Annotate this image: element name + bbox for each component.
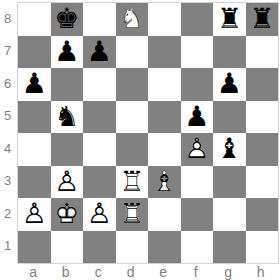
square-f5[interactable]: ♟ bbox=[181, 101, 214, 134]
file-label-f: f bbox=[180, 263, 213, 280]
square-c5[interactable] bbox=[83, 101, 116, 134]
rank-label-2: 2 bbox=[0, 197, 15, 230]
file-labels: abcdefgh bbox=[17, 263, 279, 280]
square-b6[interactable] bbox=[51, 68, 84, 101]
square-b2[interactable]: ♚♔ bbox=[51, 198, 84, 231]
square-a1[interactable] bbox=[18, 231, 51, 264]
square-e4[interactable] bbox=[148, 133, 181, 166]
white-pawn[interactable]: ♟♙ bbox=[18, 198, 51, 231]
black-pawn[interactable]: ♟ bbox=[51, 36, 84, 69]
square-d7[interactable] bbox=[116, 36, 149, 69]
white-rook[interactable]: ♜♖ bbox=[116, 166, 149, 199]
square-c4[interactable] bbox=[83, 133, 116, 166]
square-d6[interactable] bbox=[116, 68, 149, 101]
square-d8[interactable]: ♞♘ bbox=[116, 3, 149, 36]
file-label-e: e bbox=[147, 263, 180, 280]
black-bishop[interactable]: ♝ bbox=[213, 133, 246, 166]
white-bishop[interactable]: ♝♗ bbox=[148, 166, 181, 199]
file-label-d: d bbox=[115, 263, 148, 280]
white-knight[interactable]: ♞♘ bbox=[116, 3, 149, 36]
square-h2[interactable] bbox=[246, 198, 279, 231]
square-e1[interactable] bbox=[148, 231, 181, 264]
square-f7[interactable] bbox=[181, 36, 214, 69]
square-c2[interactable]: ♟♙ bbox=[83, 198, 116, 231]
square-g3[interactable] bbox=[213, 166, 246, 199]
white-pawn[interactable]: ♟♙ bbox=[181, 133, 214, 166]
chess-diagram: 87654321 ♚♞♘♜♜♟♟♟♟♞♟♟♙♝♟♙♜♖♝♗♟♙♚♔♟♙♜♖ ab… bbox=[0, 0, 280, 280]
square-g7[interactable] bbox=[213, 36, 246, 69]
chess-board: ♚♞♘♜♜♟♟♟♟♞♟♟♙♝♟♙♜♖♝♗♟♙♚♔♟♙♜♖ bbox=[17, 2, 279, 264]
square-d3[interactable]: ♜♖ bbox=[116, 166, 149, 199]
square-h6[interactable] bbox=[246, 68, 279, 101]
square-a2[interactable]: ♟♙ bbox=[18, 198, 51, 231]
piece-outline: ♙ bbox=[181, 133, 214, 166]
square-b8[interactable]: ♚ bbox=[51, 3, 84, 36]
piece-outline: ♙ bbox=[83, 198, 116, 231]
piece-outline: ♗ bbox=[148, 166, 181, 199]
square-f6[interactable] bbox=[181, 68, 214, 101]
white-rook[interactable]: ♜♖ bbox=[116, 198, 149, 231]
piece-outline: ♖ bbox=[116, 166, 149, 199]
square-a8[interactable] bbox=[18, 3, 51, 36]
square-e3[interactable]: ♝♗ bbox=[148, 166, 181, 199]
black-rook[interactable]: ♜ bbox=[246, 3, 279, 36]
black-pawn[interactable]: ♟ bbox=[18, 68, 51, 101]
white-king[interactable]: ♚♔ bbox=[51, 198, 84, 231]
file-label-b: b bbox=[50, 263, 83, 280]
square-g6[interactable]: ♟ bbox=[213, 68, 246, 101]
square-a5[interactable] bbox=[18, 101, 51, 134]
square-d5[interactable] bbox=[116, 101, 149, 134]
black-pawn[interactable]: ♟ bbox=[213, 68, 246, 101]
square-f8[interactable] bbox=[181, 3, 214, 36]
file-label-a: a bbox=[17, 263, 50, 280]
square-f4[interactable]: ♟♙ bbox=[181, 133, 214, 166]
square-a3[interactable] bbox=[18, 166, 51, 199]
square-g2[interactable] bbox=[213, 198, 246, 231]
rank-label-1: 1 bbox=[0, 230, 15, 263]
black-knight[interactable]: ♞ bbox=[51, 101, 84, 134]
black-pawn[interactable]: ♟ bbox=[83, 36, 116, 69]
square-e6[interactable] bbox=[148, 68, 181, 101]
square-b4[interactable] bbox=[51, 133, 84, 166]
square-e2[interactable] bbox=[148, 198, 181, 231]
black-rook[interactable]: ♜ bbox=[213, 3, 246, 36]
rank-label-5: 5 bbox=[0, 100, 15, 133]
square-c1[interactable] bbox=[83, 231, 116, 264]
rank-label-4: 4 bbox=[0, 132, 15, 165]
square-a4[interactable] bbox=[18, 133, 51, 166]
piece-outline: ♙ bbox=[18, 198, 51, 231]
piece-outline: ♘ bbox=[116, 3, 149, 36]
square-c6[interactable] bbox=[83, 68, 116, 101]
square-e5[interactable] bbox=[148, 101, 181, 134]
rank-label-7: 7 bbox=[0, 35, 15, 68]
rank-label-3: 3 bbox=[0, 165, 15, 198]
square-h1[interactable] bbox=[246, 231, 279, 264]
square-d2[interactable]: ♜♖ bbox=[116, 198, 149, 231]
piece-outline: ♔ bbox=[51, 198, 84, 231]
square-d1[interactable] bbox=[116, 231, 149, 264]
file-label-h: h bbox=[245, 263, 278, 280]
square-e7[interactable] bbox=[148, 36, 181, 69]
square-c7[interactable]: ♟ bbox=[83, 36, 116, 69]
black-king[interactable]: ♚ bbox=[51, 3, 84, 36]
square-e8[interactable] bbox=[148, 3, 181, 36]
square-f3[interactable] bbox=[181, 166, 214, 199]
square-c8[interactable] bbox=[83, 3, 116, 36]
rank-labels: 87654321 bbox=[0, 2, 15, 262]
square-b7[interactable]: ♟ bbox=[51, 36, 84, 69]
black-pawn[interactable]: ♟ bbox=[181, 101, 214, 134]
square-c3[interactable] bbox=[83, 166, 116, 199]
piece-outline: ♖ bbox=[116, 198, 149, 231]
square-g1[interactable] bbox=[213, 231, 246, 264]
white-pawn[interactable]: ♟♙ bbox=[83, 198, 116, 231]
square-g5[interactable] bbox=[213, 101, 246, 134]
square-a7[interactable] bbox=[18, 36, 51, 69]
square-h4[interactable] bbox=[246, 133, 279, 166]
square-h8[interactable]: ♜ bbox=[246, 3, 279, 36]
square-h5[interactable] bbox=[246, 101, 279, 134]
square-b3[interactable]: ♟♙ bbox=[51, 166, 84, 199]
square-b5[interactable]: ♞ bbox=[51, 101, 84, 134]
rank-label-8: 8 bbox=[0, 2, 15, 35]
square-d4[interactable] bbox=[116, 133, 149, 166]
rank-label-6: 6 bbox=[0, 67, 15, 100]
square-h3[interactable] bbox=[246, 166, 279, 199]
square-f1[interactable] bbox=[181, 231, 214, 264]
white-pawn[interactable]: ♟♙ bbox=[51, 166, 84, 199]
file-label-c: c bbox=[82, 263, 115, 280]
square-h7[interactable] bbox=[246, 36, 279, 69]
piece-outline: ♙ bbox=[51, 166, 84, 199]
square-f2[interactable] bbox=[181, 198, 214, 231]
file-label-g: g bbox=[212, 263, 245, 280]
square-a6[interactable]: ♟ bbox=[18, 68, 51, 101]
square-b1[interactable] bbox=[51, 231, 84, 264]
square-g4[interactable]: ♝ bbox=[213, 133, 246, 166]
square-g8[interactable]: ♜ bbox=[213, 3, 246, 36]
